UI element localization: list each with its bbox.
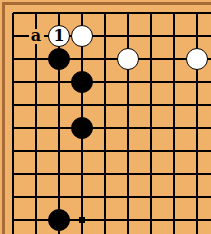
grid-line-horizontal	[13, 173, 211, 175]
black-stone	[48, 209, 70, 231]
grid-line-vertical	[104, 13, 106, 234]
board-edge-top	[2, 2, 211, 5]
board-edge-left	[2, 2, 5, 234]
grid-line-horizontal	[13, 104, 211, 106]
grid-line-vertical	[150, 13, 152, 234]
grid-line-horizontal	[13, 127, 211, 129]
go-board: a1	[0, 0, 211, 234]
star-point	[79, 217, 85, 223]
grid-line-vertical	[173, 13, 175, 234]
white-stone	[186, 48, 208, 70]
grid-line-vertical	[196, 13, 198, 234]
grid-line-vertical	[127, 13, 129, 234]
grid-line-horizontal	[13, 81, 211, 83]
black-stone	[71, 117, 93, 139]
grid-line-vertical	[12, 13, 14, 234]
white-stone	[117, 48, 139, 70]
grid-line-horizontal	[13, 12, 211, 14]
grid-line-horizontal	[13, 196, 211, 198]
white-stone	[71, 25, 93, 47]
black-stone	[48, 48, 70, 70]
white-stone-move-1: 1	[48, 25, 70, 47]
grid-line-horizontal	[13, 219, 211, 221]
point-label-a: a	[29, 29, 44, 44]
grid-line-horizontal	[13, 150, 211, 152]
grid-line-vertical	[35, 13, 37, 234]
black-stone	[71, 71, 93, 93]
move-number: 1	[53, 28, 64, 44]
grid-line-horizontal	[13, 58, 211, 60]
